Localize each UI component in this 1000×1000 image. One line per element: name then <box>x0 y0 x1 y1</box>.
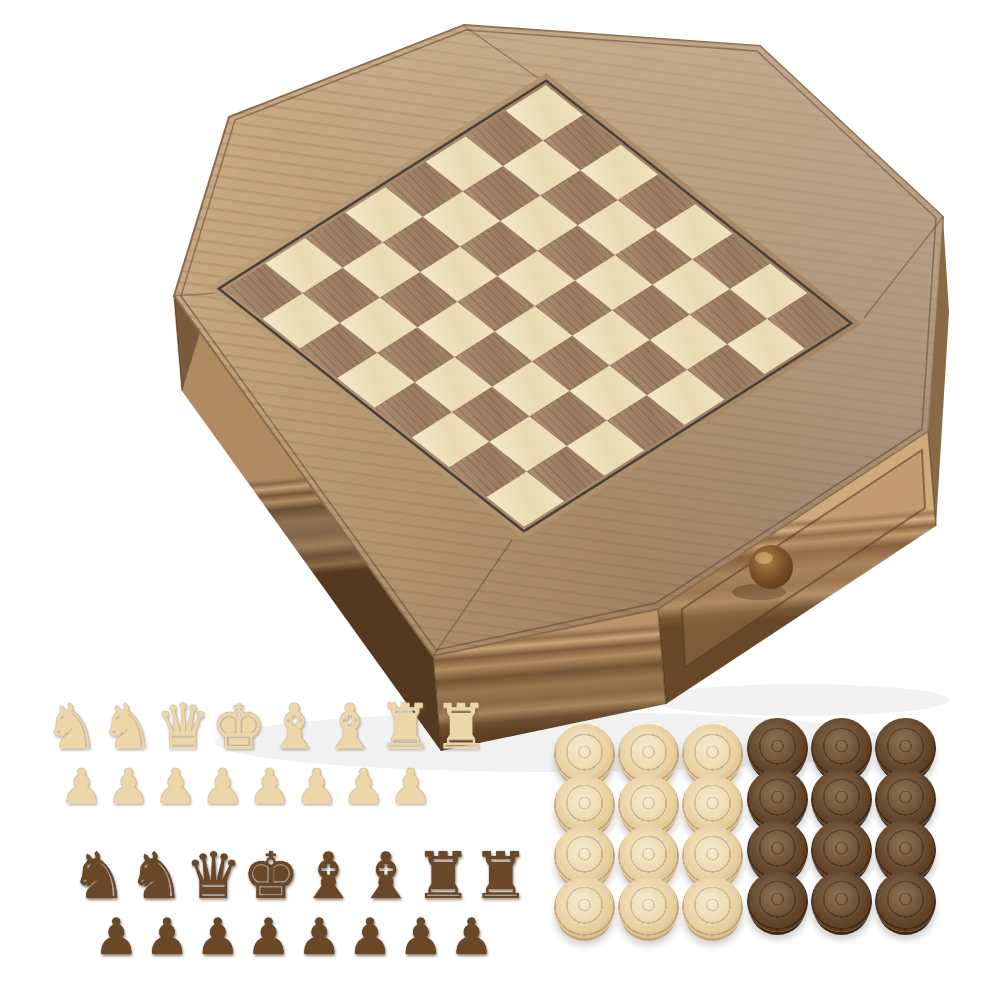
checkers-light-row-3 <box>554 877 746 938</box>
checker-light[interactable] <box>618 877 679 938</box>
checker-dark[interactable] <box>747 871 808 932</box>
checker-light[interactable] <box>554 877 615 938</box>
product-photo-scene: ♞♞♛♚♝♝♜♜ ♟♟♟♟♟♟♟♟ ♞♞♛♚♝♝♜♜ ♟♟♟♟♟♟♟♟ <box>0 0 1000 1000</box>
chess-piece-dark-pawn[interactable]: ♟ <box>348 912 393 962</box>
chess-piece-dark-pawn[interactable]: ♟ <box>246 912 291 962</box>
chess-pieces-dark-pawn-row: ♟♟♟♟♟♟♟♟ <box>94 858 494 962</box>
chess-piece-light-rook[interactable]: ♜ <box>433 696 489 758</box>
checkers-dark-row-3 <box>747 871 939 932</box>
checkers-light-tray <box>554 724 746 938</box>
knob-highlight <box>755 552 773 564</box>
drawer-knob[interactable] <box>749 545 793 589</box>
chess-piece-dark-pawn[interactable]: ♟ <box>94 912 139 962</box>
chess-piece-dark-pawn[interactable]: ♟ <box>398 912 443 962</box>
checker-light[interactable] <box>682 877 743 938</box>
chess-piece-dark-pawn[interactable]: ♟ <box>449 912 494 962</box>
chess-piece-dark-pawn[interactable]: ♟ <box>145 912 190 962</box>
cast-shadow-drawer <box>650 684 950 716</box>
checkers-dark-tray <box>747 718 939 932</box>
checker-dark[interactable] <box>875 871 936 932</box>
chess-piece-dark-pawn[interactable]: ♟ <box>195 912 240 962</box>
checker-dark[interactable] <box>811 871 872 932</box>
chess-piece-dark-pawn[interactable]: ♟ <box>297 912 342 962</box>
